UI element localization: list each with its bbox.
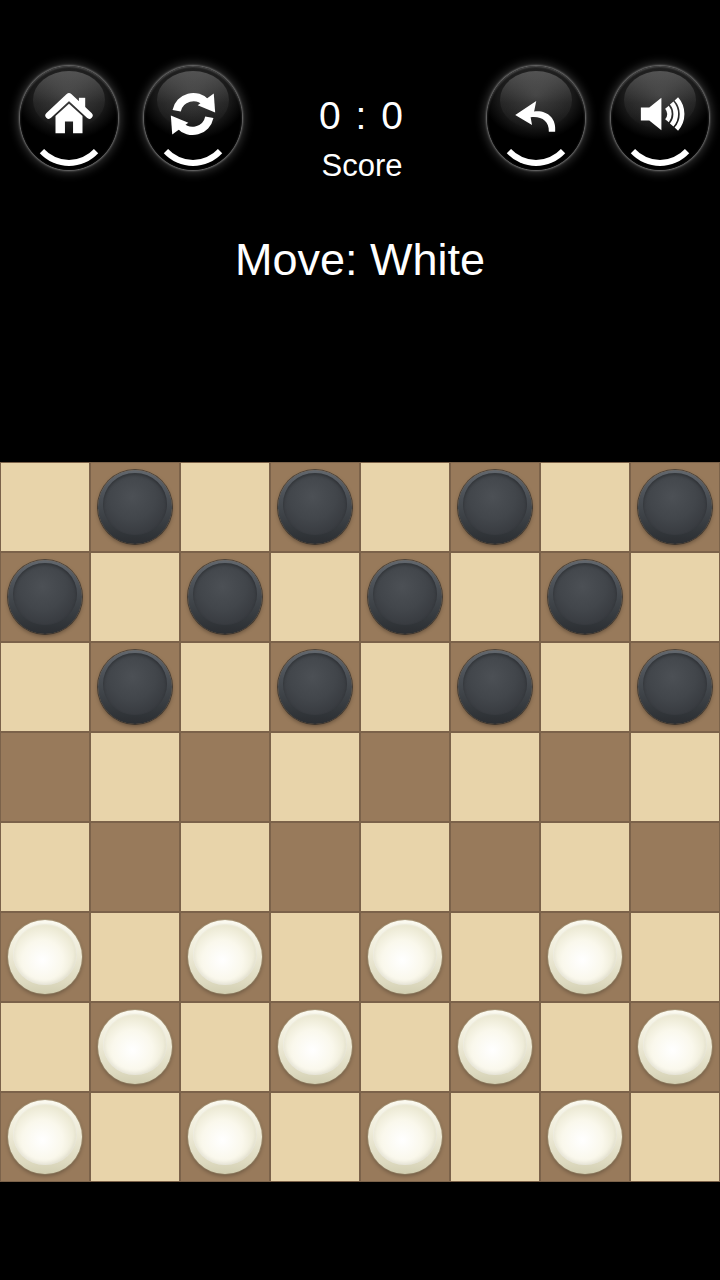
square-r3c8[interactable]	[630, 642, 720, 732]
square-r8c2	[90, 1092, 180, 1182]
square-r2c3[interactable]	[180, 552, 270, 642]
white-piece[interactable]	[98, 1010, 172, 1084]
white-piece[interactable]	[548, 1100, 622, 1174]
black-piece[interactable]	[98, 470, 172, 544]
white-piece[interactable]	[458, 1010, 532, 1084]
square-r3c2[interactable]	[90, 642, 180, 732]
white-piece[interactable]	[278, 1010, 352, 1084]
square-r4c4	[270, 732, 360, 822]
square-r4c5[interactable]	[360, 732, 450, 822]
square-r5c1	[0, 822, 90, 912]
square-r1c2[interactable]	[90, 462, 180, 552]
undo-button[interactable]	[487, 66, 585, 170]
black-piece[interactable]	[458, 650, 532, 724]
square-r4c3[interactable]	[180, 732, 270, 822]
square-r3c7	[540, 642, 630, 732]
white-piece[interactable]	[368, 920, 442, 994]
white-piece[interactable]	[638, 1010, 712, 1084]
square-r2c6	[450, 552, 540, 642]
square-r7c8[interactable]	[630, 1002, 720, 1092]
black-piece[interactable]	[278, 650, 352, 724]
square-r5c4[interactable]	[270, 822, 360, 912]
undo-arrow-icon	[508, 86, 564, 142]
home-icon	[42, 87, 96, 141]
score-box: 0 : 0 Score	[272, 94, 452, 184]
square-r4c6	[450, 732, 540, 822]
square-r3c3	[180, 642, 270, 732]
sound-button[interactable]	[611, 66, 709, 170]
square-r4c7[interactable]	[540, 732, 630, 822]
black-piece[interactable]	[278, 470, 352, 544]
square-r7c3	[180, 1002, 270, 1092]
white-piece[interactable]	[8, 1100, 82, 1174]
square-r6c8	[630, 912, 720, 1002]
square-r6c3[interactable]	[180, 912, 270, 1002]
square-r2c8	[630, 552, 720, 642]
square-r8c6	[450, 1092, 540, 1182]
square-r2c4	[270, 552, 360, 642]
white-piece[interactable]	[188, 920, 262, 994]
score-value: 0 : 0	[272, 94, 452, 138]
square-r2c5[interactable]	[360, 552, 450, 642]
square-r3c1	[0, 642, 90, 732]
square-r5c8[interactable]	[630, 822, 720, 912]
square-r7c7	[540, 1002, 630, 1092]
square-r7c1	[0, 1002, 90, 1092]
square-r8c7[interactable]	[540, 1092, 630, 1182]
square-r5c7	[540, 822, 630, 912]
home-button[interactable]	[20, 66, 118, 170]
square-r4c2	[90, 732, 180, 822]
black-piece[interactable]	[548, 560, 622, 634]
black-piece[interactable]	[8, 560, 82, 634]
square-r5c5	[360, 822, 450, 912]
speaker-icon	[632, 86, 688, 142]
move-status: Move: White	[0, 234, 720, 286]
square-r8c1[interactable]	[0, 1092, 90, 1182]
square-r7c6[interactable]	[450, 1002, 540, 1092]
square-r3c6[interactable]	[450, 642, 540, 732]
square-r1c5	[360, 462, 450, 552]
square-r6c6	[450, 912, 540, 1002]
square-r1c1	[0, 462, 90, 552]
square-r7c4[interactable]	[270, 1002, 360, 1092]
square-r7c5	[360, 1002, 450, 1092]
black-piece[interactable]	[458, 470, 532, 544]
square-r6c2	[90, 912, 180, 1002]
black-piece[interactable]	[98, 650, 172, 724]
board	[0, 462, 720, 1182]
square-r6c7[interactable]	[540, 912, 630, 1002]
black-piece[interactable]	[368, 560, 442, 634]
square-r4c8	[630, 732, 720, 822]
square-r6c1[interactable]	[0, 912, 90, 1002]
square-r8c4	[270, 1092, 360, 1182]
white-piece[interactable]	[8, 920, 82, 994]
black-piece[interactable]	[638, 470, 712, 544]
square-r8c8	[630, 1092, 720, 1182]
square-r1c7	[540, 462, 630, 552]
square-r5c2[interactable]	[90, 822, 180, 912]
square-r1c3	[180, 462, 270, 552]
white-piece[interactable]	[188, 1100, 262, 1174]
score-label: Score	[272, 148, 452, 184]
square-r2c1[interactable]	[0, 552, 90, 642]
square-r1c4[interactable]	[270, 462, 360, 552]
refresh-icon	[165, 86, 221, 142]
square-r2c2	[90, 552, 180, 642]
square-r6c5[interactable]	[360, 912, 450, 1002]
square-r4c1[interactable]	[0, 732, 90, 822]
square-r2c7[interactable]	[540, 552, 630, 642]
square-r8c5[interactable]	[360, 1092, 450, 1182]
app-root: 0 : 0 Score Move: White	[0, 0, 720, 1280]
black-piece[interactable]	[188, 560, 262, 634]
white-piece[interactable]	[548, 920, 622, 994]
restart-button[interactable]	[144, 66, 242, 170]
square-r5c3	[180, 822, 270, 912]
square-r3c4[interactable]	[270, 642, 360, 732]
square-r5c6[interactable]	[450, 822, 540, 912]
square-r6c4	[270, 912, 360, 1002]
square-r3c5	[360, 642, 450, 732]
square-r1c6[interactable]	[450, 462, 540, 552]
square-r7c2[interactable]	[90, 1002, 180, 1092]
square-r8c3[interactable]	[180, 1092, 270, 1182]
square-r1c8[interactable]	[630, 462, 720, 552]
white-piece[interactable]	[368, 1100, 442, 1174]
black-piece[interactable]	[638, 650, 712, 724]
